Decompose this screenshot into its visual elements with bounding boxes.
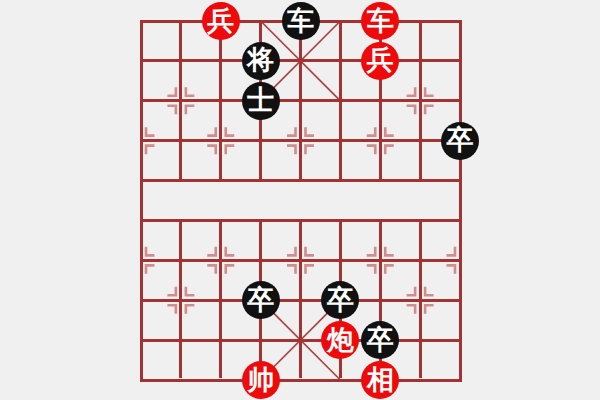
board-cell xyxy=(182,222,222,262)
board-cell xyxy=(143,62,183,102)
board-cell xyxy=(342,222,382,262)
piece-black-soldier[interactable]: 卒 xyxy=(441,122,479,160)
board-cell xyxy=(222,222,262,262)
river-cell xyxy=(143,182,183,222)
piece-red-soldier[interactable]: 兵 xyxy=(361,42,399,80)
board-cell xyxy=(222,142,262,182)
board-cell xyxy=(182,262,222,302)
piece-black-chariot[interactable]: 车 xyxy=(282,2,320,40)
river-cell xyxy=(342,182,382,222)
board-cell xyxy=(262,142,302,182)
board-cell xyxy=(143,302,183,342)
piece-black-advisor[interactable]: 士 xyxy=(242,82,280,120)
piece-red-chariot[interactable]: 车 xyxy=(361,2,399,40)
board-cell xyxy=(143,102,183,142)
board-cell xyxy=(382,222,422,262)
piece-black-general[interactable]: 将 xyxy=(242,42,280,80)
board-cell xyxy=(143,222,183,262)
board-cell xyxy=(382,142,422,182)
board-cell xyxy=(422,342,459,379)
piece-red-general[interactable]: 帅 xyxy=(242,361,280,399)
piece-black-soldier[interactable]: 卒 xyxy=(361,321,399,359)
board-cell xyxy=(382,102,422,142)
piece-red-elephant[interactable]: 相 xyxy=(361,361,399,399)
piece-red-cannon[interactable]: 炮 xyxy=(321,321,359,359)
board-cell xyxy=(302,102,342,142)
board-cell xyxy=(182,62,222,102)
board-cell xyxy=(182,302,222,342)
screenshot-background: 兵车车将兵士卒卒卒炮卒帅相 xyxy=(0,0,600,400)
board-cell xyxy=(182,102,222,142)
board-cell xyxy=(143,262,183,302)
board-cell xyxy=(382,262,422,302)
piece-red-soldier[interactable]: 兵 xyxy=(202,2,240,40)
board-cell xyxy=(422,222,459,262)
board-cell xyxy=(422,62,459,102)
river-cell xyxy=(382,182,422,222)
board-cell xyxy=(302,62,342,102)
board-cell xyxy=(182,142,222,182)
board-cell xyxy=(342,142,382,182)
board-cell xyxy=(422,23,459,63)
board-cell xyxy=(302,222,342,262)
board-cell xyxy=(422,262,459,302)
piece-black-soldier[interactable]: 卒 xyxy=(321,281,359,319)
river-cell xyxy=(422,182,459,222)
xiangqi-board xyxy=(140,20,462,382)
river-cell xyxy=(302,182,342,222)
board-cell xyxy=(182,342,222,379)
board-cell xyxy=(302,142,342,182)
board-cell xyxy=(262,222,302,262)
river-cell xyxy=(182,182,222,222)
board-cell xyxy=(342,102,382,142)
river-cell xyxy=(222,182,262,222)
river-cell xyxy=(262,182,302,222)
board-cell xyxy=(422,302,459,342)
board-cell xyxy=(143,142,183,182)
board-cell xyxy=(143,342,183,379)
board-cell xyxy=(143,23,183,63)
piece-black-soldier[interactable]: 卒 xyxy=(242,281,280,319)
